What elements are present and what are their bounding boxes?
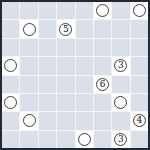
cell[interactable] [94,39,111,56]
cell[interactable] [94,112,111,129]
cell[interactable] [57,2,74,19]
cell[interactable] [94,57,111,74]
cell[interactable] [112,20,129,37]
cell[interactable] [94,131,111,148]
clue-number: 3 [118,135,124,144]
cell[interactable] [131,20,148,37]
cell[interactable] [131,76,148,93]
empty-circle-clue [114,96,127,109]
cell[interactable] [112,76,129,93]
empty-circle-clue [23,23,36,36]
cell[interactable] [39,131,56,148]
cell[interactable] [20,131,37,148]
cell[interactable] [57,57,74,74]
cell[interactable]: 3 [112,131,129,148]
cell[interactable] [20,39,37,56]
cell[interactable] [131,39,148,56]
cell[interactable] [39,2,56,19]
empty-circle-clue [133,4,146,17]
cell[interactable]: 4 [131,112,148,129]
cell[interactable] [76,94,93,111]
cell[interactable] [2,131,19,148]
clue-number: 5 [63,25,69,34]
numbered-circle-clue: 3 [114,59,127,72]
cell[interactable] [131,57,148,74]
numbered-circle-clue: 4 [133,114,146,127]
cell[interactable] [112,39,129,56]
cell[interactable]: 5 [57,20,74,37]
cell[interactable] [76,39,93,56]
cell[interactable]: 3 [112,57,129,74]
cell[interactable] [39,57,56,74]
cell[interactable]: 6 [94,76,111,93]
cell[interactable] [57,94,74,111]
cell[interactable] [20,76,37,93]
cell[interactable] [112,2,129,19]
cell[interactable] [57,112,74,129]
numbered-circle-clue: 6 [96,78,109,91]
cell[interactable] [94,94,111,111]
cell[interactable] [20,94,37,111]
empty-circle-clue [4,59,17,72]
cell[interactable] [39,76,56,93]
cell[interactable] [39,94,56,111]
cell[interactable] [2,2,19,19]
cell[interactable] [39,39,56,56]
cell[interactable] [76,20,93,37]
clue-number: 4 [136,116,142,125]
numbered-circle-clue: 3 [114,133,127,146]
cell[interactable] [57,131,74,148]
cell[interactable] [112,112,129,129]
puzzle-board: 53643 [0,0,150,150]
clue-number: 6 [100,80,106,89]
cell[interactable] [76,57,93,74]
cell[interactable] [20,57,37,74]
cell[interactable] [76,112,93,129]
cell[interactable] [131,2,148,19]
numbered-circle-clue: 5 [59,23,72,36]
cell[interactable] [76,131,93,148]
cell[interactable] [57,76,74,93]
empty-circle-clue [96,4,109,17]
cell[interactable] [2,39,19,56]
cell[interactable] [2,112,19,129]
cell[interactable] [131,131,148,148]
cell[interactable] [131,94,148,111]
clue-number: 3 [118,61,124,70]
cell[interactable] [20,112,37,129]
cell[interactable] [20,20,37,37]
cell[interactable] [112,94,129,111]
cell[interactable] [20,2,37,19]
cell[interactable] [57,39,74,56]
cell[interactable] [76,76,93,93]
cell[interactable] [2,76,19,93]
empty-circle-clue [4,96,17,109]
cell[interactable] [94,2,111,19]
empty-circle-clue [78,133,91,146]
cell[interactable] [94,20,111,37]
puzzle-grid: 53643 [2,2,148,148]
cell[interactable] [39,112,56,129]
cell[interactable] [2,57,19,74]
cell[interactable] [76,2,93,19]
cell[interactable] [39,20,56,37]
cell[interactable] [2,94,19,111]
empty-circle-clue [23,114,36,127]
cell[interactable] [2,20,19,37]
